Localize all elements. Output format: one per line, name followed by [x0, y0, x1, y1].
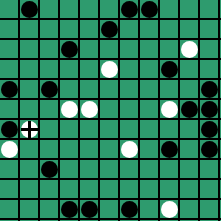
black-stone	[201, 121, 218, 138]
black-stone	[1, 81, 18, 98]
white-stone	[81, 101, 98, 118]
grid-line-horizontal	[0, 78, 221, 80]
black-stone	[141, 1, 158, 18]
grid-line-vertical	[38, 0, 40, 221]
black-stone	[201, 81, 218, 98]
grid-line-vertical	[138, 0, 140, 221]
game-board[interactable]	[0, 0, 221, 221]
black-stone	[61, 41, 78, 58]
grid-line-vertical	[98, 0, 100, 221]
white-stone	[61, 101, 78, 118]
grid-line-vertical	[218, 0, 220, 221]
white-stone	[161, 201, 178, 218]
white-stone	[121, 141, 138, 158]
grid-line-horizontal	[0, 158, 221, 160]
white-stone	[161, 101, 178, 118]
black-stone	[61, 201, 78, 218]
black-stone	[161, 61, 178, 78]
grid-line-horizontal	[0, 138, 221, 140]
black-stone	[1, 121, 18, 138]
black-stone	[41, 161, 58, 178]
white-stone	[1, 141, 18, 158]
grid-line-horizontal	[0, 118, 221, 120]
black-stone	[81, 201, 98, 218]
grid-line-vertical	[118, 0, 120, 221]
black-stone	[201, 101, 218, 118]
grid-line-horizontal	[0, 178, 221, 180]
grid-line-vertical	[78, 0, 80, 221]
black-stone	[101, 21, 118, 38]
white-stone	[101, 61, 118, 78]
black-stone	[41, 81, 58, 98]
grid-line-vertical	[18, 0, 20, 221]
last-move-marker-stone	[21, 121, 38, 138]
grid-line-vertical	[58, 0, 60, 221]
grid-line-horizontal	[0, 198, 221, 200]
black-stone	[21, 1, 38, 18]
white-stone	[181, 41, 198, 58]
grid-line-horizontal	[0, 18, 221, 20]
grid-line-vertical	[158, 0, 160, 221]
grid-line-vertical	[198, 0, 200, 221]
grid-line-horizontal	[0, 218, 221, 220]
grid-line-horizontal	[0, 98, 221, 100]
black-stone	[181, 101, 198, 118]
black-stone	[121, 201, 138, 218]
grid-line-horizontal	[0, 38, 221, 40]
black-stone	[201, 141, 218, 158]
grid-line-horizontal	[0, 58, 221, 60]
grid-line-vertical	[178, 0, 180, 221]
black-stone	[161, 141, 178, 158]
black-stone	[121, 1, 138, 18]
